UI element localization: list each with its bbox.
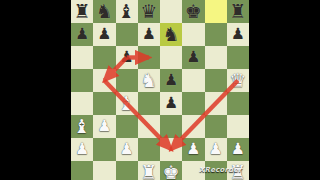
square-f7[interactable] [182, 23, 204, 46]
square-a6[interactable] [71, 46, 93, 69]
square-f5[interactable] [182, 69, 204, 92]
piece-white-pawn[interactable]: ♟ [186, 142, 200, 158]
piece-white-bishop[interactable]: ♝ [74, 117, 91, 136]
piece-black-rook[interactable]: ♜ [229, 2, 246, 21]
square-d6[interactable] [138, 46, 160, 69]
chess-video-frame: ♜♞♝♛♚♜♟♟♟♞♟♟♟♞♟♛♝♟♝♟♟♟♟♟♟♜♚♜ XRecorder [0, 0, 320, 180]
piece-black-knight[interactable]: ♞ [163, 25, 180, 44]
piece-black-pawn[interactable]: ♟ [97, 27, 111, 43]
square-c4[interactable]: ♝ [116, 92, 138, 115]
piece-white-pawn[interactable]: ♟ [120, 142, 134, 158]
piece-white-bishop[interactable]: ♝ [118, 94, 135, 113]
square-f6[interactable]: ♟ [182, 46, 204, 69]
piece-white-knight[interactable]: ♞ [140, 71, 157, 90]
square-f4[interactable] [182, 92, 204, 115]
square-e4[interactable]: ♟ [160, 92, 182, 115]
square-d7[interactable]: ♟ [138, 23, 160, 46]
square-a7[interactable]: ♟ [71, 23, 93, 46]
piece-black-bishop[interactable]: ♝ [118, 2, 135, 21]
piece-white-king[interactable]: ♚ [163, 163, 180, 180]
piece-white-rook[interactable]: ♜ [140, 163, 157, 180]
square-g5[interactable] [205, 69, 227, 92]
piece-black-pawn[interactable]: ♟ [231, 27, 245, 43]
square-g4[interactable] [205, 92, 227, 115]
piece-white-pawn[interactable]: ♟ [75, 142, 89, 158]
piece-black-knight[interactable]: ♞ [96, 2, 113, 21]
square-f3[interactable] [182, 115, 204, 138]
square-e3[interactable] [160, 115, 182, 138]
square-d8[interactable]: ♛ [138, 0, 160, 23]
piece-black-pawn[interactable]: ♟ [120, 50, 134, 66]
piece-white-pawn[interactable]: ♟ [231, 142, 245, 158]
piece-black-king[interactable]: ♚ [185, 2, 202, 21]
square-g2[interactable]: ♟ [205, 138, 227, 161]
square-b8[interactable]: ♞ [93, 0, 115, 23]
piece-black-rook[interactable]: ♜ [74, 2, 91, 21]
square-b1[interactable] [93, 161, 115, 180]
square-c2[interactable]: ♟ [116, 138, 138, 161]
piece-black-pawn[interactable]: ♟ [186, 50, 200, 66]
square-g3[interactable] [205, 115, 227, 138]
square-b3[interactable]: ♟ [93, 115, 115, 138]
square-h3[interactable] [227, 115, 249, 138]
square-e2[interactable] [160, 138, 182, 161]
square-d3[interactable] [138, 115, 160, 138]
square-g6[interactable] [205, 46, 227, 69]
square-c3[interactable] [116, 115, 138, 138]
square-a1[interactable] [71, 161, 93, 180]
square-b7[interactable]: ♟ [93, 23, 115, 46]
square-d5[interactable]: ♞ [138, 69, 160, 92]
piece-black-pawn[interactable]: ♟ [142, 27, 156, 43]
square-e8[interactable] [160, 0, 182, 23]
square-c1[interactable] [116, 161, 138, 180]
square-h7[interactable]: ♟ [227, 23, 249, 46]
square-c5[interactable] [116, 69, 138, 92]
square-a8[interactable]: ♜ [71, 0, 93, 23]
square-e1[interactable]: ♚ [160, 161, 182, 180]
square-c6[interactable]: ♟ [116, 46, 138, 69]
square-b4[interactable] [93, 92, 115, 115]
piece-white-queen[interactable]: ♛ [229, 71, 246, 90]
square-b5[interactable] [93, 69, 115, 92]
square-c8[interactable]: ♝ [116, 0, 138, 23]
chess-board[interactable]: ♜♞♝♛♚♜♟♟♟♞♟♟♟♞♟♛♝♟♝♟♟♟♟♟♟♜♚♜ [71, 0, 249, 180]
square-f2[interactable]: ♟ [182, 138, 204, 161]
square-h2[interactable]: ♟ [227, 138, 249, 161]
square-g7[interactable] [205, 23, 227, 46]
square-h8[interactable]: ♜ [227, 0, 249, 23]
square-a4[interactable] [71, 92, 93, 115]
square-e6[interactable] [160, 46, 182, 69]
square-b2[interactable] [93, 138, 115, 161]
piece-white-pawn[interactable]: ♟ [97, 119, 111, 135]
piece-black-pawn[interactable]: ♟ [75, 27, 89, 43]
letterbox-right [249, 0, 320, 180]
square-f8[interactable]: ♚ [182, 0, 204, 23]
piece-white-pawn[interactable]: ♟ [209, 142, 223, 158]
square-h5[interactable]: ♛ [227, 69, 249, 92]
square-c7[interactable] [116, 23, 138, 46]
square-d2[interactable] [138, 138, 160, 161]
square-d4[interactable] [138, 92, 160, 115]
square-a5[interactable] [71, 69, 93, 92]
square-a2[interactable]: ♟ [71, 138, 93, 161]
square-e5[interactable]: ♟ [160, 69, 182, 92]
square-a3[interactable]: ♝ [71, 115, 93, 138]
letterbox-left [0, 0, 71, 180]
square-e7[interactable]: ♞ [160, 23, 182, 46]
piece-black-pawn[interactable]: ♟ [164, 96, 178, 112]
square-h6[interactable] [227, 46, 249, 69]
screen-recorder-watermark: XRecorder [199, 166, 251, 174]
square-d1[interactable]: ♜ [138, 161, 160, 180]
piece-black-queen[interactable]: ♛ [140, 2, 157, 21]
square-g8[interactable] [205, 0, 227, 23]
square-h4[interactable] [227, 92, 249, 115]
piece-black-pawn[interactable]: ♟ [164, 73, 178, 89]
square-b6[interactable] [93, 46, 115, 69]
